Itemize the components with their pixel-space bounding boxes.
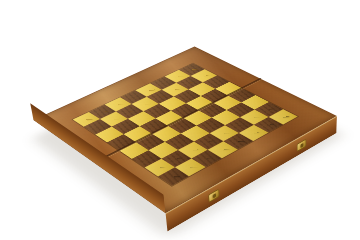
- piece-glyph: ♜: [162, 157, 184, 181]
- piece-glyph: ♟: [152, 83, 167, 99]
- board-top-face: ♜♞♝♚♛♝♞♜♟♟♟♟♟♟♟♟♟♟♟♟♟♟♟♟♜♞♝♚♛♝♞♜: [33, 47, 336, 214]
- piece-glyph: ♟: [137, 90, 152, 107]
- perspective-wrapper: ♜♞♝♚♛♝♞♜♟♟♟♟♟♟♟♟♟♟♟♟♟♟♟♟♜♞♝♚♛♝♞♜: [0, 0, 360, 240]
- piece-glyph: ♟: [89, 112, 105, 129]
- piece-glyph: ♟: [106, 105, 122, 122]
- brass-latch-left: [208, 189, 219, 203]
- chess-board: ♜♞♝♚♛♝♞♜♟♟♟♟♟♟♟♟♟♟♟♟♟♟♟♟♜♞♝♚♛♝♞♜: [33, 47, 336, 214]
- piece-glyph: ♟: [167, 76, 182, 92]
- piece-glyph: ♟: [182, 69, 197, 85]
- piece-glyph: ♟: [122, 97, 137, 114]
- piece-glyph: ♟: [196, 62, 211, 78]
- chess-set-photo: ♜♞♝♚♛♝♞♜♟♟♟♟♟♟♟♟♟♟♟♟♟♟♟♟♜♞♝♚♛♝♞♜: [0, 0, 360, 240]
- brass-latch-right: [297, 139, 307, 152]
